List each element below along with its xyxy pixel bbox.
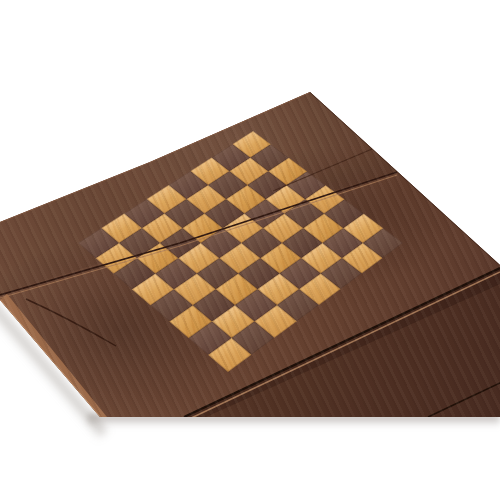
photo-background — [0, 0, 500, 500]
far-edge-rim-light — [0, 92, 310, 222]
right-edge-line — [310, 92, 500, 265]
table-edge-bevel-highlight — [0, 300, 100, 417]
hinge-seam — [0, 172, 397, 295]
